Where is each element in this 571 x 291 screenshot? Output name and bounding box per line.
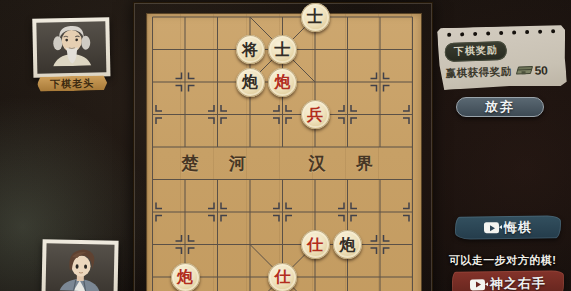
- player-card-top: 下棋老头: [32, 17, 111, 92]
- video-play-icon: [470, 279, 485, 290]
- banknote-stack-icon: [515, 65, 532, 77]
- xiangqi-board: 楚 河 汉 界 士将士炮炮兵仕炮炮仕: [133, 2, 433, 291]
- video-play-icon: [484, 222, 499, 233]
- piece-black-炮[interactable]: 炮: [236, 68, 265, 97]
- river-label-right: 汉 界: [308, 152, 385, 175]
- piece-black-士[interactable]: 士: [301, 3, 330, 32]
- binder-holes-icon: [444, 29, 558, 37]
- piece-red-炮[interactable]: 炮: [171, 263, 200, 291]
- piece-red-仕[interactable]: 仕: [268, 263, 297, 291]
- piece-red-炮[interactable]: 炮: [268, 68, 297, 97]
- reward-amount: 50: [534, 63, 548, 77]
- piece-black-将[interactable]: 将: [236, 35, 265, 64]
- old-man-avatar: [36, 21, 106, 73]
- river-label-left: 楚 河: [181, 152, 258, 175]
- reward-note: 下棋奖励 赢棋获得奖励 50: [437, 24, 567, 90]
- piece-black-士[interactable]: 士: [268, 35, 297, 64]
- piece-red-仕[interactable]: 仕: [301, 230, 330, 259]
- player-card-bottom: [41, 239, 118, 291]
- player-photo-frame: [41, 239, 118, 291]
- player-name-banner: 下棋老头: [37, 75, 107, 91]
- young-man-avatar: [45, 243, 114, 291]
- gods-hand-hint: 可以走一步对方的棋!: [436, 253, 569, 268]
- player-photo-frame: [32, 17, 110, 78]
- reward-description: 赢棋获得奖励: [445, 65, 511, 81]
- board-play-area[interactable]: 楚 河 汉 界 士将士炮炮兵仕炮炮仕: [146, 13, 422, 291]
- gods-right-hand-label: 神之右手: [490, 274, 546, 291]
- reward-badge: 下棋奖励: [444, 41, 507, 62]
- give-up-label: 放弃: [485, 98, 515, 116]
- give-up-button[interactable]: 放弃: [456, 97, 544, 117]
- xiangqi-game-screen: { "game": { "name": "xiangqi", "position…: [0, 0, 571, 291]
- gods-right-hand-button[interactable]: 神之右手: [452, 270, 564, 291]
- old-man-portrait-icon: [36, 21, 106, 66]
- piece-red-兵[interactable]: 兵: [301, 100, 330, 129]
- young-man-portrait-icon: [46, 243, 115, 291]
- undo-move-button[interactable]: 悔棋: [455, 215, 561, 239]
- undo-move-label: 悔棋: [504, 218, 532, 236]
- piece-black-炮[interactable]: 炮: [333, 230, 362, 259]
- player-name: 下棋老头: [50, 76, 94, 91]
